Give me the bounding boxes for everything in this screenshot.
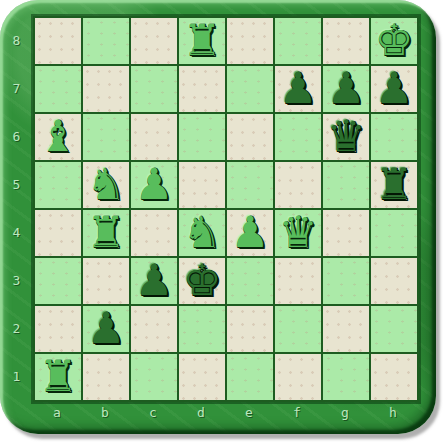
- square-c8[interactable]: [130, 17, 178, 65]
- square-a6[interactable]: ♝: [34, 113, 82, 161]
- square-d1[interactable]: [178, 353, 226, 401]
- square-d6[interactable]: [178, 113, 226, 161]
- square-d2[interactable]: [178, 305, 226, 353]
- square-e1[interactable]: [226, 353, 274, 401]
- square-a4[interactable]: [34, 209, 82, 257]
- square-e5[interactable]: [226, 161, 274, 209]
- square-b1[interactable]: [82, 353, 130, 401]
- square-h8[interactable]: ♚: [370, 17, 418, 65]
- rank-label-2: 2: [0, 304, 33, 352]
- square-f2[interactable]: [274, 305, 322, 353]
- square-a8[interactable]: [34, 17, 82, 65]
- square-h3[interactable]: [370, 257, 418, 305]
- chessboard-app: 87654321 abcdefgh ♜♚♟♟♟♝♛♞♟♜♜♞♟♛♟♚♟♜: [0, 0, 444, 442]
- black-pawn-b2[interactable]: ♟: [82, 304, 130, 352]
- rank-label-1: 1: [0, 352, 33, 400]
- rank-labels: 87654321: [0, 16, 33, 400]
- square-h2[interactable]: [370, 305, 418, 353]
- white-pawn-c5[interactable]: ♟: [130, 160, 178, 208]
- square-e7[interactable]: [226, 65, 274, 113]
- square-h4[interactable]: [370, 209, 418, 257]
- white-queen-f4[interactable]: ♛: [274, 208, 322, 256]
- white-knight-b5[interactable]: ♞: [82, 160, 130, 208]
- square-g3[interactable]: [322, 257, 370, 305]
- black-pawn-c3[interactable]: ♟: [130, 256, 178, 304]
- black-pawn-h7[interactable]: ♟: [370, 64, 418, 112]
- square-f6[interactable]: [274, 113, 322, 161]
- file-label-f: f: [273, 401, 321, 423]
- square-a3[interactable]: [34, 257, 82, 305]
- file-label-g: g: [321, 401, 369, 423]
- square-f1[interactable]: [274, 353, 322, 401]
- square-a2[interactable]: [34, 305, 82, 353]
- square-a1[interactable]: ♜: [34, 353, 82, 401]
- white-knight-d4[interactable]: ♞: [178, 208, 226, 256]
- square-f3[interactable]: [274, 257, 322, 305]
- square-g7[interactable]: ♟: [322, 65, 370, 113]
- white-bishop-a6[interactable]: ♝: [34, 112, 82, 160]
- square-f4[interactable]: ♛: [274, 209, 322, 257]
- white-pawn-e4[interactable]: ♟: [226, 208, 274, 256]
- file-label-d: d: [177, 401, 225, 423]
- square-h6[interactable]: [370, 113, 418, 161]
- white-rook-a1[interactable]: ♜: [34, 352, 82, 400]
- square-c7[interactable]: [130, 65, 178, 113]
- square-b3[interactable]: [82, 257, 130, 305]
- square-f8[interactable]: [274, 17, 322, 65]
- square-e8[interactable]: [226, 17, 274, 65]
- square-e6[interactable]: [226, 113, 274, 161]
- square-c5[interactable]: ♟: [130, 161, 178, 209]
- square-h1[interactable]: [370, 353, 418, 401]
- white-rook-b4[interactable]: ♜: [82, 208, 130, 256]
- square-g6[interactable]: ♛: [322, 113, 370, 161]
- square-d4[interactable]: ♞: [178, 209, 226, 257]
- rank-label-4: 4: [0, 208, 33, 256]
- file-labels: abcdefgh: [33, 401, 417, 423]
- rank-label-7: 7: [0, 64, 33, 112]
- square-f7[interactable]: ♟: [274, 65, 322, 113]
- square-d8[interactable]: ♜: [178, 17, 226, 65]
- black-pawn-g7[interactable]: ♟: [322, 64, 370, 112]
- square-e3[interactable]: [226, 257, 274, 305]
- square-b6[interactable]: [82, 113, 130, 161]
- square-b4[interactable]: ♜: [82, 209, 130, 257]
- square-c6[interactable]: [130, 113, 178, 161]
- square-h5[interactable]: ♜: [370, 161, 418, 209]
- square-c3[interactable]: ♟: [130, 257, 178, 305]
- square-d3[interactable]: ♚: [178, 257, 226, 305]
- black-queen-g6[interactable]: ♛: [322, 112, 370, 160]
- square-e4[interactable]: ♟: [226, 209, 274, 257]
- white-king-h8[interactable]: ♚: [370, 16, 418, 64]
- square-d7[interactable]: [178, 65, 226, 113]
- square-b8[interactable]: [82, 17, 130, 65]
- rank-label-3: 3: [0, 256, 33, 304]
- square-a5[interactable]: [34, 161, 82, 209]
- square-e2[interactable]: [226, 305, 274, 353]
- square-b2[interactable]: ♟: [82, 305, 130, 353]
- square-b7[interactable]: [82, 65, 130, 113]
- square-b5[interactable]: ♞: [82, 161, 130, 209]
- file-label-b: b: [81, 401, 129, 423]
- black-pawn-f7[interactable]: ♟: [274, 64, 322, 112]
- square-h7[interactable]: ♟: [370, 65, 418, 113]
- square-c2[interactable]: [130, 305, 178, 353]
- black-king-d3[interactable]: ♚: [178, 256, 226, 304]
- file-label-h: h: [369, 401, 417, 423]
- file-label-e: e: [225, 401, 273, 423]
- square-g1[interactable]: [322, 353, 370, 401]
- file-label-c: c: [129, 401, 177, 423]
- file-label-a: a: [33, 401, 81, 423]
- square-c1[interactable]: [130, 353, 178, 401]
- square-f5[interactable]: [274, 161, 322, 209]
- square-g5[interactable]: [322, 161, 370, 209]
- rank-label-8: 8: [0, 16, 33, 64]
- white-rook-d8[interactable]: ♜: [178, 16, 226, 64]
- square-g4[interactable]: [322, 209, 370, 257]
- square-g8[interactable]: [322, 17, 370, 65]
- chess-board: ♜♚♟♟♟♝♛♞♟♜♜♞♟♛♟♚♟♜: [33, 16, 419, 402]
- black-rook-h5[interactable]: ♜: [370, 160, 418, 208]
- rank-label-5: 5: [0, 160, 33, 208]
- square-a7[interactable]: [34, 65, 82, 113]
- square-d5[interactable]: [178, 161, 226, 209]
- square-g2[interactable]: [322, 305, 370, 353]
- square-c4[interactable]: [130, 209, 178, 257]
- rank-label-6: 6: [0, 112, 33, 160]
